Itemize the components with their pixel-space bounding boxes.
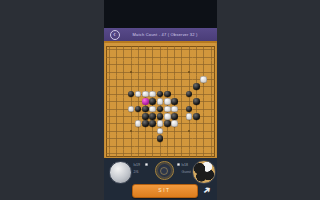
board-cell[interactable]	[120, 46, 127, 53]
board-cell[interactable]	[142, 76, 149, 83]
back-button[interactable]: ‹	[110, 30, 120, 40]
board-cell[interactable]	[171, 76, 178, 83]
board-cell[interactable]	[178, 53, 185, 60]
board-cell[interactable]	[178, 98, 185, 105]
board-cell[interactable]	[200, 61, 207, 68]
board-cell[interactable]	[164, 68, 171, 75]
white-stone	[149, 106, 156, 113]
board-cell[interactable]	[207, 53, 214, 60]
board-cell[interactable]	[185, 120, 192, 127]
board-cell[interactable]	[207, 105, 214, 112]
board-cell[interactable]	[200, 76, 207, 83]
board-cell[interactable]	[164, 120, 171, 127]
bottom-panel: lv19 2/6 lv18 Guest SIT ➔	[104, 158, 217, 200]
board-cell[interactable]	[200, 68, 207, 75]
board-cell[interactable]	[200, 135, 207, 142]
board-cell[interactable]	[156, 105, 163, 112]
board-cell[interactable]	[149, 46, 156, 53]
board-cell[interactable]	[120, 142, 127, 149]
board-cell[interactable]	[120, 90, 127, 97]
board-cell[interactable]	[178, 127, 185, 134]
app-screen: ‹ Match Count - 47 ( Observer 32 ) lv19 …	[104, 0, 217, 200]
board-cell[interactable]	[106, 120, 113, 127]
board-cell[interactable]	[149, 98, 156, 105]
board-cell[interactable]	[164, 135, 171, 142]
board-cell[interactable]	[164, 113, 171, 120]
white-stone	[164, 113, 171, 120]
board-cell[interactable]	[200, 90, 207, 97]
left-player-avatar[interactable]	[109, 161, 132, 184]
black-stone	[171, 113, 178, 120]
board-cell[interactable]	[135, 120, 142, 127]
board-cell[interactable]	[142, 90, 149, 97]
board-cell[interactable]	[113, 61, 120, 68]
board-cell[interactable]	[106, 135, 113, 142]
board-cell[interactable]	[193, 105, 200, 112]
board-cell[interactable]	[193, 142, 200, 149]
board-cell[interactable]	[106, 150, 113, 157]
board-cell[interactable]	[185, 150, 192, 157]
board-cell[interactable]	[200, 120, 207, 127]
board-cell[interactable]	[142, 142, 149, 149]
board-cell[interactable]	[149, 120, 156, 127]
board-cell[interactable]	[200, 113, 207, 120]
board-cell[interactable]	[171, 83, 178, 90]
board-cell[interactable]	[113, 83, 120, 90]
board-cell[interactable]	[120, 127, 127, 134]
right-player-avatar[interactable]	[192, 160, 216, 184]
board-cell[interactable]	[171, 142, 178, 149]
board-cell[interactable]	[193, 61, 200, 68]
board-cell[interactable]	[193, 150, 200, 157]
sit-button[interactable]: SIT	[132, 184, 198, 198]
board-cell[interactable]	[171, 120, 178, 127]
white-stone	[186, 113, 193, 120]
board-cell[interactable]	[207, 127, 214, 134]
share-arrow-icon[interactable]: ➔	[200, 184, 212, 197]
board-cell[interactable]	[149, 105, 156, 112]
board-cell[interactable]	[207, 76, 214, 83]
board-cell[interactable]	[106, 113, 113, 120]
black-stone	[157, 91, 164, 98]
board-cell[interactable]	[156, 142, 163, 149]
board-cell[interactable]	[207, 68, 214, 75]
board-cell[interactable]	[120, 120, 127, 127]
board-cell[interactable]	[127, 46, 134, 53]
white-stone	[157, 128, 164, 135]
board-cell[interactable]	[113, 113, 120, 120]
black-stone	[186, 106, 193, 113]
board-cell[interactable]	[142, 135, 149, 142]
board-cell[interactable]	[193, 135, 200, 142]
board-cell[interactable]	[200, 46, 207, 53]
board-cell[interactable]	[207, 113, 214, 120]
board-cell[interactable]	[113, 90, 120, 97]
board-cell[interactable]	[135, 105, 142, 112]
board-cell[interactable]	[135, 83, 142, 90]
black-stone	[164, 91, 171, 98]
board-cell[interactable]	[127, 90, 134, 97]
board-cell[interactable]	[149, 90, 156, 97]
board-cell[interactable]	[149, 83, 156, 90]
board-cell[interactable]	[149, 68, 156, 75]
board-cell[interactable]	[113, 46, 120, 53]
board-cell[interactable]	[178, 120, 185, 127]
board-cell[interactable]	[113, 150, 120, 157]
board-cell[interactable]	[127, 135, 134, 142]
board-cell[interactable]	[106, 46, 113, 53]
board-cell[interactable]	[127, 83, 134, 90]
board-cell[interactable]	[164, 83, 171, 90]
board-cell[interactable]	[113, 142, 120, 149]
board-cell[interactable]	[178, 113, 185, 120]
board-cell[interactable]	[185, 61, 192, 68]
board-cell[interactable]	[207, 98, 214, 105]
board-cell[interactable]	[178, 105, 185, 112]
board-cell[interactable]	[156, 135, 163, 142]
board-cell[interactable]	[207, 83, 214, 90]
black-stone	[142, 106, 149, 113]
board-cell[interactable]	[193, 53, 200, 60]
board-cell[interactable]	[142, 113, 149, 120]
black-stone	[193, 98, 200, 105]
board-cell[interactable]	[156, 113, 163, 120]
board-cell[interactable]	[185, 105, 192, 112]
board-cell[interactable]	[142, 150, 149, 157]
board-cell[interactable]	[135, 113, 142, 120]
board-cell[interactable]	[156, 98, 163, 105]
board-cell[interactable]	[135, 61, 142, 68]
black-stone	[149, 120, 156, 127]
board-cell[interactable]	[135, 76, 142, 83]
white-stone	[142, 91, 149, 98]
board-cell[interactable]	[106, 76, 113, 83]
board-cell[interactable]	[135, 98, 142, 105]
board-cell[interactable]	[171, 53, 178, 60]
board-cell[interactable]	[207, 90, 214, 97]
board-cell[interactable]	[149, 150, 156, 157]
board-cell[interactable]	[120, 61, 127, 68]
board-cell[interactable]	[178, 135, 185, 142]
black-stone	[149, 98, 156, 105]
board-cell[interactable]	[156, 127, 163, 134]
board-cell[interactable]	[156, 46, 163, 53]
board-cell[interactable]	[178, 83, 185, 90]
board-cell[interactable]	[106, 142, 113, 149]
board-cell[interactable]	[193, 76, 200, 83]
board-cell[interactable]	[200, 53, 207, 60]
board-cell[interactable]	[113, 53, 120, 60]
board-cell[interactable]	[207, 120, 214, 127]
board-cell[interactable]	[142, 46, 149, 53]
board-cell[interactable]	[127, 98, 134, 105]
board-cell[interactable]	[135, 90, 142, 97]
board-cell[interactable]	[135, 46, 142, 53]
board-cell[interactable]	[171, 46, 178, 53]
board-cell[interactable]	[106, 98, 113, 105]
white-stone	[149, 91, 156, 98]
board-cell[interactable]	[193, 113, 200, 120]
board-cell[interactable]	[193, 90, 200, 97]
white-stone	[135, 91, 142, 98]
board-cell[interactable]	[106, 90, 113, 97]
board-cell[interactable]	[120, 105, 127, 112]
board-cell[interactable]	[156, 150, 163, 157]
board-cell[interactable]	[113, 68, 120, 75]
board-cell[interactable]	[193, 98, 200, 105]
board-cell[interactable]	[135, 150, 142, 157]
board-cell[interactable]	[113, 76, 120, 83]
board-cell[interactable]	[164, 105, 171, 112]
board-cell[interactable]	[164, 90, 171, 97]
black-stone	[157, 113, 164, 120]
board-cell[interactable]	[164, 76, 171, 83]
white-stone	[164, 106, 171, 113]
board-cell[interactable]	[207, 142, 214, 149]
left-white-stone-icon	[145, 163, 148, 166]
board-grid	[106, 46, 215, 157]
board-cell[interactable]	[185, 68, 192, 75]
board-cell[interactable]	[207, 61, 214, 68]
board-cell[interactable]	[135, 68, 142, 75]
board-cell[interactable]	[113, 127, 120, 134]
board-cell[interactable]	[207, 135, 214, 142]
black-stone	[186, 91, 193, 98]
left-player-level: lv19	[134, 163, 140, 167]
board-cell[interactable]	[127, 127, 134, 134]
board-cell[interactable]	[185, 83, 192, 90]
board-cell[interactable]	[156, 83, 163, 90]
match-count-title: Match Count - 47 ( Observer 32 )	[104, 32, 217, 37]
white-stone	[128, 106, 135, 113]
board-cell[interactable]	[120, 150, 127, 157]
board-cell[interactable]	[185, 135, 192, 142]
app-bar: ‹ Match Count - 47 ( Observer 32 )	[104, 28, 217, 41]
black-stone	[171, 98, 178, 105]
black-stone	[135, 106, 142, 113]
white-stone	[157, 98, 164, 105]
black-stone	[149, 113, 156, 120]
board-cell[interactable]	[156, 68, 163, 75]
board-cell[interactable]	[185, 90, 192, 97]
board-cell[interactable]	[193, 120, 200, 127]
board-cell[interactable]	[120, 135, 127, 142]
board-cell[interactable]	[171, 127, 178, 134]
board-cell[interactable]	[156, 61, 163, 68]
status-bar-space	[104, 0, 217, 28]
board-cell[interactable]	[164, 61, 171, 68]
board-cell[interactable]	[142, 127, 149, 134]
board-cell[interactable]	[200, 83, 207, 90]
board-cell[interactable]	[156, 90, 163, 97]
board-cell[interactable]	[142, 98, 149, 105]
board-cell[interactable]	[178, 150, 185, 157]
board-cell[interactable]	[106, 127, 113, 134]
board-cell[interactable]	[142, 61, 149, 68]
board-cell[interactable]	[200, 105, 207, 112]
board-cell[interactable]	[142, 53, 149, 60]
board-cell[interactable]	[127, 68, 134, 75]
table-emblem	[155, 161, 174, 180]
board-cell[interactable]	[106, 68, 113, 75]
board-cell[interactable]	[113, 98, 120, 105]
board-cell[interactable]	[171, 150, 178, 157]
white-stone	[171, 106, 178, 113]
board-cell[interactable]	[164, 150, 171, 157]
board-cell[interactable]	[193, 46, 200, 53]
board-cell[interactable]	[127, 150, 134, 157]
right-white-stone-icon	[177, 163, 180, 166]
board-cell[interactable]	[178, 76, 185, 83]
board-cell[interactable]	[200, 142, 207, 149]
board-cell[interactable]	[164, 142, 171, 149]
board-cell[interactable]	[142, 83, 149, 90]
board-cell[interactable]	[149, 127, 156, 134]
left-player-record: 2/6	[134, 170, 139, 174]
board-cell[interactable]	[185, 46, 192, 53]
board-cell[interactable]	[135, 127, 142, 134]
board-cell[interactable]	[113, 135, 120, 142]
board-cell[interactable]	[156, 120, 163, 127]
board-cell[interactable]	[164, 53, 171, 60]
board-cell[interactable]	[106, 83, 113, 90]
board-cell[interactable]	[185, 98, 192, 105]
board-cell[interactable]	[149, 113, 156, 120]
board-cell[interactable]	[120, 113, 127, 120]
board-cell[interactable]	[171, 61, 178, 68]
board-cell[interactable]	[171, 113, 178, 120]
board-cell[interactable]	[185, 53, 192, 60]
board-cell[interactable]	[164, 98, 171, 105]
board-cell[interactable]	[127, 113, 134, 120]
board-cell[interactable]	[106, 105, 113, 112]
board-cell[interactable]	[185, 127, 192, 134]
black-stone	[157, 135, 164, 142]
black-stone	[128, 91, 135, 98]
board-cell[interactable]	[200, 98, 207, 105]
black-stone	[193, 113, 200, 120]
board-cell[interactable]	[120, 53, 127, 60]
board-cell[interactable]	[193, 83, 200, 90]
board-cell[interactable]	[178, 142, 185, 149]
board-cell[interactable]	[120, 83, 127, 90]
board-cell[interactable]	[135, 135, 142, 142]
board-cell[interactable]	[164, 127, 171, 134]
board-cell[interactable]	[193, 127, 200, 134]
board-cell[interactable]	[207, 46, 214, 53]
board-cell[interactable]	[149, 53, 156, 60]
board-cell[interactable]	[171, 135, 178, 142]
board-cell[interactable]	[156, 76, 163, 83]
board-cell[interactable]	[200, 150, 207, 157]
board-cell[interactable]	[171, 90, 178, 97]
board-cell[interactable]	[120, 98, 127, 105]
board-cell[interactable]	[200, 127, 207, 134]
chevron-left-icon: ‹	[113, 31, 115, 38]
board-cell[interactable]	[106, 53, 113, 60]
board-cell[interactable]	[185, 76, 192, 83]
board-cell[interactable]	[171, 105, 178, 112]
board-cell[interactable]	[127, 61, 134, 68]
white-stone	[135, 120, 142, 127]
board-cell[interactable]	[135, 53, 142, 60]
right-player-level: lv18	[182, 163, 188, 167]
last-move-stone	[142, 98, 149, 105]
board-cell[interactable]	[178, 61, 185, 68]
board-cell[interactable]	[120, 68, 127, 75]
white-stone	[171, 120, 178, 127]
board-cell[interactable]	[171, 68, 178, 75]
board-cell[interactable]	[127, 142, 134, 149]
board-cell[interactable]	[135, 142, 142, 149]
board-cell[interactable]	[193, 68, 200, 75]
white-stone	[157, 120, 164, 127]
board-cell[interactable]	[113, 120, 120, 127]
board-cell[interactable]	[127, 76, 134, 83]
board-cell[interactable]	[149, 135, 156, 142]
board-cell[interactable]	[178, 90, 185, 97]
board-cell[interactable]	[142, 68, 149, 75]
right-player-name: Guest	[182, 170, 191, 174]
board-cell[interactable]	[142, 105, 149, 112]
white-stone	[164, 98, 171, 105]
board-cell[interactable]	[113, 105, 120, 112]
white-stone	[200, 76, 207, 83]
board-cell[interactable]	[178, 68, 185, 75]
board-cell[interactable]	[106, 61, 113, 68]
board-cell[interactable]	[142, 120, 149, 127]
board-cell[interactable]	[127, 105, 134, 112]
board-cell[interactable]	[149, 76, 156, 83]
board-cell[interactable]	[156, 53, 163, 60]
board-cell[interactable]	[149, 142, 156, 149]
board-cell[interactable]	[185, 142, 192, 149]
board-cell[interactable]	[120, 76, 127, 83]
board-cell[interactable]	[127, 120, 134, 127]
black-stone	[193, 83, 200, 90]
black-stone	[157, 106, 164, 113]
board-cell[interactable]	[185, 113, 192, 120]
board-cell[interactable]	[164, 46, 171, 53]
board-cell[interactable]	[127, 53, 134, 60]
black-stone	[142, 113, 149, 120]
board-cell[interactable]	[171, 98, 178, 105]
board-cell[interactable]	[207, 150, 214, 157]
board-cell[interactable]	[149, 61, 156, 68]
game-board	[104, 41, 217, 160]
black-stone	[142, 120, 149, 127]
board-cell[interactable]	[178, 46, 185, 53]
black-stone	[164, 120, 171, 127]
